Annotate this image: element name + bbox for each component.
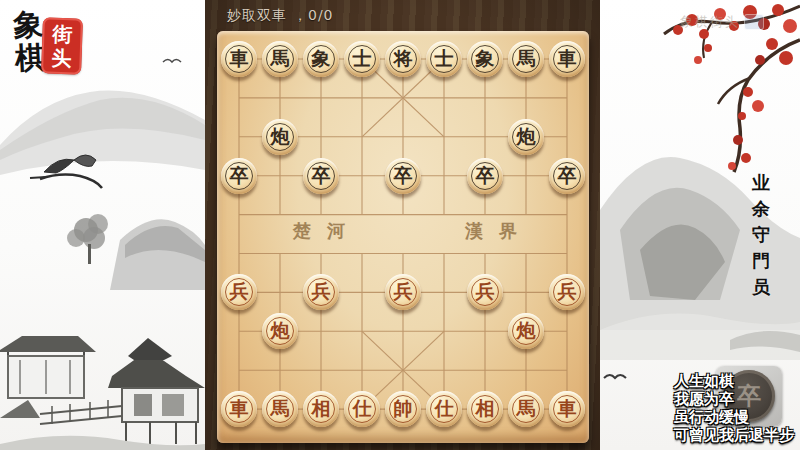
- piece-character: 士: [344, 41, 380, 77]
- piece-character: 兵: [221, 274, 257, 310]
- caption-char: 守: [752, 222, 770, 248]
- piece-character: 炮: [262, 119, 298, 155]
- watermark-text: 象棋街头: [680, 13, 740, 31]
- piece-character: 兵: [549, 274, 585, 310]
- piece-character: 兵: [467, 274, 503, 310]
- piece-character: 相: [303, 391, 339, 427]
- stream-watermark: 象棋街头: [680, 13, 764, 31]
- river-label-left: 楚河: [293, 219, 361, 243]
- game-capture-area: 妙取双車 ，0/0 楚河 漢界 車馬象士将士象馬車炮炮卒卒卒卒卒兵兵兵兵兵炮炮車…: [205, 0, 600, 450]
- piece-red-soldier[interactable]: 兵: [303, 274, 339, 310]
- seal-char-1: 街: [52, 22, 73, 47]
- left-painting-panel: 象 棋 街 头: [0, 0, 205, 450]
- piece-character: 相: [467, 391, 503, 427]
- piece-character: 馬: [508, 41, 544, 77]
- piece-character: 馬: [262, 41, 298, 77]
- piece-red-soldier[interactable]: 兵: [221, 274, 257, 310]
- piece-character: 炮: [508, 119, 544, 155]
- piece-black-advisor[interactable]: 士: [426, 41, 462, 77]
- piece-red-soldier[interactable]: 兵: [385, 274, 421, 310]
- piece-black-advisor[interactable]: 士: [344, 41, 380, 77]
- stream-frame: 象 棋 街 头 妙取双車 ，0/0 楚河 漢界 車馬象士将士象馬車炮炮卒卒卒卒卒…: [0, 0, 800, 450]
- caption-char: 业: [752, 170, 770, 196]
- piece-red-elephant[interactable]: 相: [467, 391, 503, 427]
- piece-character: 卒: [303, 158, 339, 194]
- piece-black-elephant[interactable]: 象: [467, 41, 503, 77]
- motto-line: 虽行动缓慢: [674, 408, 798, 426]
- piece-character: 卒: [549, 158, 585, 194]
- piece-red-soldier[interactable]: 兵: [549, 274, 585, 310]
- piece-character: 兵: [303, 274, 339, 310]
- piece-character: 帥: [385, 391, 421, 427]
- piece-character: 士: [426, 41, 462, 77]
- caption-char: 門: [752, 248, 770, 274]
- motto-line: 可曾见我后退半步: [674, 426, 798, 444]
- board-grid: [217, 31, 589, 443]
- seal-char-2: 头: [51, 46, 72, 71]
- piece-character: 馬: [508, 391, 544, 427]
- vertical-caption: 业 余 守 門 员: [752, 170, 770, 300]
- logo-char-1: 象: [12, 7, 44, 42]
- piece-black-soldier[interactable]: 卒: [467, 158, 503, 194]
- piece-character: 車: [221, 391, 257, 427]
- piece-character: 馬: [262, 391, 298, 427]
- caption-char: 员: [752, 274, 770, 300]
- piece-red-chariot[interactable]: 車: [549, 391, 585, 427]
- pavilion-illustration: [0, 336, 205, 450]
- piece-character: 仕: [426, 391, 462, 427]
- piece-character: 象: [303, 41, 339, 77]
- piece-black-cannon[interactable]: 炮: [508, 119, 544, 155]
- piece-red-chariot[interactable]: 車: [221, 391, 257, 427]
- motto-line: 人生如棋: [674, 372, 798, 390]
- piece-red-horse[interactable]: 馬: [262, 391, 298, 427]
- river-label-right: 漢界: [465, 219, 533, 243]
- channel-logo: 象 棋 街 头: [12, 6, 82, 106]
- piece-red-cannon[interactable]: 炮: [508, 313, 544, 349]
- piece-character: 卒: [385, 158, 421, 194]
- board[interactable]: 楚河 漢界 車馬象士将士象馬車炮炮卒卒卒卒卒兵兵兵兵兵炮炮車馬相仕帥仕相馬車: [217, 31, 589, 443]
- piece-character: 卒: [467, 158, 503, 194]
- puzzle-title: 妙取双車: [227, 7, 287, 25]
- piece-character: 象: [467, 41, 503, 77]
- piece-black-soldier[interactable]: 卒: [549, 158, 585, 194]
- piece-character: 兵: [385, 274, 421, 310]
- piece-red-cannon[interactable]: 炮: [262, 313, 298, 349]
- piece-black-soldier[interactable]: 卒: [385, 158, 421, 194]
- piece-red-horse[interactable]: 馬: [508, 391, 544, 427]
- piece-character: 将: [385, 41, 421, 77]
- watermark-badge-icon: [744, 14, 764, 30]
- caption-char: 余: [752, 196, 770, 222]
- right-painting-panel: 象棋街头 业 余 守 門 员 卒 人生如棋 我愿为卒 虽行动缓慢 可曾见我后退半…: [600, 0, 800, 450]
- piece-red-advisor[interactable]: 仕: [426, 391, 462, 427]
- piece-character: 卒: [221, 158, 257, 194]
- piece-character: 炮: [508, 313, 544, 349]
- piece-character: 車: [549, 41, 585, 77]
- piece-black-general[interactable]: 将: [385, 41, 421, 77]
- piece-character: 車: [221, 41, 257, 77]
- piece-red-soldier[interactable]: 兵: [467, 274, 503, 310]
- piece-character: 車: [549, 391, 585, 427]
- motto-text: 人生如棋 我愿为卒 虽行动缓慢 可曾见我后退半步: [674, 372, 798, 444]
- piece-black-horse[interactable]: 馬: [262, 41, 298, 77]
- piece-character: 仕: [344, 391, 380, 427]
- piece-black-soldier[interactable]: 卒: [303, 158, 339, 194]
- piece-character: 炮: [262, 313, 298, 349]
- piece-red-general[interactable]: 帥: [385, 391, 421, 427]
- piece-red-advisor[interactable]: 仕: [344, 391, 380, 427]
- red-seal-stamp: 街 头: [41, 17, 83, 74]
- piece-black-elephant[interactable]: 象: [303, 41, 339, 77]
- piece-black-horse[interactable]: 馬: [508, 41, 544, 77]
- piece-black-chariot[interactable]: 車: [221, 41, 257, 77]
- piece-red-elephant[interactable]: 相: [303, 391, 339, 427]
- piece-black-chariot[interactable]: 車: [549, 41, 585, 77]
- motto-line: 我愿为卒: [674, 390, 798, 408]
- piece-black-cannon[interactable]: 炮: [262, 119, 298, 155]
- puzzle-progress: ，0/0: [293, 7, 334, 25]
- piece-black-soldier[interactable]: 卒: [221, 158, 257, 194]
- puzzle-header: 妙取双車 ，0/0: [227, 3, 334, 29]
- tree-illustration: [67, 214, 108, 264]
